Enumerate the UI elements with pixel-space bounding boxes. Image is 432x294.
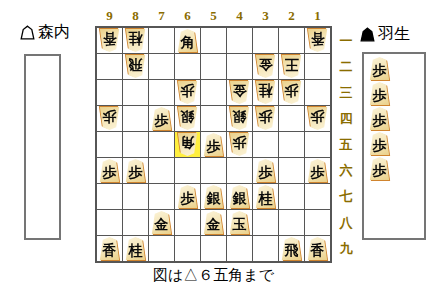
piece-glyph: 銀 bbox=[233, 189, 247, 208]
piece-歩[interactable]: 歩 bbox=[307, 159, 328, 182]
piece-飛[interactable]: 飛 bbox=[125, 55, 146, 78]
square-76[interactable] bbox=[149, 158, 174, 183]
piece-body: 王 bbox=[281, 55, 302, 78]
piece-香[interactable]: 香 bbox=[99, 29, 120, 52]
piece-玉[interactable]: 玉 bbox=[229, 211, 250, 234]
square-33[interactable]: 桂 bbox=[253, 80, 278, 105]
square-75[interactable] bbox=[149, 132, 174, 157]
square-47[interactable]: 銀 bbox=[227, 184, 252, 209]
square-56[interactable] bbox=[201, 158, 226, 183]
sente-player-name: 羽生 bbox=[378, 24, 410, 45]
hand-piece[interactable]: 歩 bbox=[369, 157, 390, 180]
square-16[interactable]: 歩 bbox=[305, 158, 330, 183]
piece-glyph: 歩 bbox=[373, 161, 387, 180]
piece-桂[interactable]: 桂 bbox=[125, 237, 146, 260]
rank-label: 五 bbox=[338, 132, 354, 157]
piece-歩[interactable]: 歩 bbox=[255, 107, 276, 130]
gote-player-label: 森内 bbox=[20, 22, 70, 43]
square-59[interactable] bbox=[201, 236, 226, 261]
piece-body: 香 bbox=[307, 237, 328, 260]
piece-歩[interactable]: 歩 bbox=[177, 81, 198, 104]
square-22[interactable]: 王 bbox=[279, 54, 304, 79]
caption: 図は△６五角まで bbox=[95, 266, 332, 285]
piece-銀[interactable]: 銀 bbox=[229, 107, 250, 130]
square-32[interactable]: 金 bbox=[253, 54, 278, 79]
piece-glyph: 香 bbox=[311, 29, 325, 48]
gote-hand-tray bbox=[24, 54, 61, 240]
square-82[interactable]: 飛 bbox=[123, 54, 148, 79]
square-48[interactable]: 玉 bbox=[227, 210, 252, 235]
square-14[interactable]: 歩 bbox=[305, 106, 330, 131]
piece-角[interactable]: 角 bbox=[177, 29, 198, 52]
piece-glyph: 香 bbox=[103, 29, 117, 48]
square-42[interactable] bbox=[227, 54, 252, 79]
square-83[interactable] bbox=[123, 80, 148, 105]
piece-glyph: 歩 bbox=[373, 111, 387, 130]
piece-body: 香 bbox=[307, 29, 328, 52]
piece-body: 歩 bbox=[255, 159, 276, 182]
piece-glyph: 歩 bbox=[311, 163, 325, 182]
piece-金[interactable]: 金 bbox=[203, 211, 224, 234]
square-15[interactable] bbox=[305, 132, 330, 157]
square-84[interactable] bbox=[123, 106, 148, 131]
piece-香[interactable]: 香 bbox=[307, 29, 328, 52]
square-81[interactable]: 桂 bbox=[123, 28, 148, 53]
square-57[interactable]: 銀 bbox=[201, 184, 226, 209]
piece-body: 歩 bbox=[99, 107, 120, 130]
file-number: 8 bbox=[123, 8, 148, 24]
piece-body: 角 bbox=[177, 29, 198, 52]
piece-body: 銀 bbox=[229, 185, 250, 208]
piece-glyph: 香 bbox=[311, 241, 325, 260]
rank-label: 二 bbox=[338, 54, 354, 79]
piece-body: 金 bbox=[151, 211, 172, 234]
square-52[interactable] bbox=[201, 54, 226, 79]
piece-glyph: 歩 bbox=[155, 111, 169, 130]
piece-glyph: 歩 bbox=[259, 163, 273, 182]
piece-金[interactable]: 金 bbox=[229, 81, 250, 104]
shogi-board: 香桂角香飛金王歩金桂歩歩歩銀銀歩歩角歩歩歩歩歩歩歩銀銀桂金金玉香桂飛香 bbox=[95, 26, 332, 263]
file-number: 5 bbox=[201, 8, 226, 24]
square-89[interactable]: 桂 bbox=[123, 236, 148, 261]
piece-桂[interactable]: 桂 bbox=[125, 29, 146, 52]
piece-glyph: 歩 bbox=[259, 107, 273, 126]
piece-body: 歩 bbox=[369, 157, 390, 180]
piece-body: 香 bbox=[99, 237, 120, 260]
square-64[interactable]: 銀 bbox=[175, 106, 200, 131]
piece-body: 歩 bbox=[369, 57, 390, 80]
piece-body: 歩 bbox=[307, 107, 328, 130]
square-29[interactable]: 飛 bbox=[279, 236, 304, 261]
piece-glyph: 王 bbox=[285, 55, 299, 74]
piece-body: 歩 bbox=[151, 107, 172, 130]
piece-金[interactable]: 金 bbox=[255, 55, 276, 78]
square-25[interactable] bbox=[279, 132, 304, 157]
square-67[interactable]: 歩 bbox=[175, 184, 200, 209]
square-73[interactable] bbox=[149, 80, 174, 105]
piece-glyph: 角 bbox=[181, 133, 195, 152]
piece-body: 桂 bbox=[255, 185, 276, 208]
piece-glyph: 歩 bbox=[373, 86, 387, 105]
square-19[interactable]: 香 bbox=[305, 236, 330, 261]
square-69[interactable] bbox=[175, 236, 200, 261]
square-65[interactable]: 角 bbox=[175, 132, 200, 157]
square-35[interactable] bbox=[253, 132, 278, 157]
shogi-diagram: 森内 羽生 歩歩歩歩歩 987654321 一二三四五六七八九 香桂角香飛金王歩… bbox=[0, 0, 432, 294]
square-17[interactable] bbox=[305, 184, 330, 209]
piece-body: 歩 bbox=[307, 159, 328, 182]
square-66[interactable] bbox=[175, 158, 200, 183]
piece-body: 飛 bbox=[125, 55, 146, 78]
rank-label: 六 bbox=[338, 158, 354, 183]
piece-glyph: 飛 bbox=[129, 55, 143, 74]
square-18[interactable] bbox=[305, 210, 330, 235]
square-46[interactable] bbox=[227, 158, 252, 183]
square-37[interactable]: 桂 bbox=[253, 184, 278, 209]
piece-glyph: 銀 bbox=[207, 189, 221, 208]
piece-歩[interactable]: 歩 bbox=[369, 57, 390, 80]
square-87[interactable] bbox=[123, 184, 148, 209]
piece-歩[interactable]: 歩 bbox=[369, 157, 390, 180]
gote-pentagon-icon bbox=[20, 25, 35, 40]
piece-glyph: 歩 bbox=[181, 81, 195, 100]
piece-glyph: 銀 bbox=[181, 107, 195, 126]
piece-glyph: 飛 bbox=[285, 241, 299, 260]
piece-body: 銀 bbox=[229, 107, 250, 130]
piece-body: 銀 bbox=[177, 107, 198, 130]
square-38[interactable] bbox=[253, 210, 278, 235]
piece-glyph: 桂 bbox=[259, 189, 273, 208]
square-74[interactable]: 歩 bbox=[149, 106, 174, 131]
square-31[interactable] bbox=[253, 28, 278, 53]
piece-歩[interactable]: 歩 bbox=[203, 133, 224, 156]
piece-glyph: 角 bbox=[181, 33, 195, 52]
piece-歩[interactable]: 歩 bbox=[255, 159, 276, 182]
piece-glyph: 金 bbox=[207, 215, 221, 234]
piece-glyph: 銀 bbox=[233, 107, 247, 126]
square-45[interactable]: 歩 bbox=[227, 132, 252, 157]
square-62[interactable] bbox=[175, 54, 200, 79]
square-97[interactable] bbox=[97, 184, 122, 209]
piece-body: 歩 bbox=[255, 107, 276, 130]
hand-piece[interactable]: 歩 bbox=[369, 82, 390, 105]
file-number: 7 bbox=[149, 8, 174, 24]
rank-label: 四 bbox=[338, 106, 354, 131]
square-54[interactable] bbox=[201, 106, 226, 131]
square-43[interactable]: 金 bbox=[227, 80, 252, 105]
square-79[interactable] bbox=[149, 236, 174, 261]
square-11[interactable]: 香 bbox=[305, 28, 330, 53]
square-88[interactable] bbox=[123, 210, 148, 235]
piece-歩[interactable]: 歩 bbox=[125, 159, 146, 182]
square-24[interactable] bbox=[279, 106, 304, 131]
piece-金[interactable]: 金 bbox=[151, 211, 172, 234]
piece-glyph: 歩 bbox=[181, 189, 195, 208]
square-63[interactable]: 歩 bbox=[175, 80, 200, 105]
piece-glyph: 香 bbox=[103, 241, 117, 260]
piece-body: 歩 bbox=[281, 81, 302, 104]
piece-body: 歩 bbox=[229, 133, 250, 156]
rank-label: 一 bbox=[338, 28, 354, 53]
square-61[interactable]: 角 bbox=[175, 28, 200, 53]
piece-歩[interactable]: 歩 bbox=[369, 82, 390, 105]
piece-body: 玉 bbox=[229, 211, 250, 234]
piece-body: 角 bbox=[177, 133, 198, 156]
rank-label: 七 bbox=[338, 184, 354, 209]
piece-桂[interactable]: 桂 bbox=[255, 185, 276, 208]
piece-body: 金 bbox=[203, 211, 224, 234]
piece-glyph: 歩 bbox=[103, 163, 117, 182]
piece-body: 歩 bbox=[369, 107, 390, 130]
file-number: 3 bbox=[253, 8, 278, 24]
sente-player-label: 羽生 bbox=[360, 24, 410, 45]
square-39[interactable] bbox=[253, 236, 278, 261]
square-26[interactable] bbox=[279, 158, 304, 183]
piece-歩[interactable]: 歩 bbox=[369, 107, 390, 130]
piece-glyph: 歩 bbox=[103, 107, 117, 126]
piece-body: 金 bbox=[255, 55, 276, 78]
piece-body: 銀 bbox=[203, 185, 224, 208]
piece-歩[interactable]: 歩 bbox=[99, 159, 120, 182]
piece-銀[interactable]: 銀 bbox=[203, 185, 224, 208]
piece-王[interactable]: 王 bbox=[281, 55, 302, 78]
square-96[interactable]: 歩 bbox=[97, 158, 122, 183]
square-94[interactable]: 歩 bbox=[97, 106, 122, 131]
piece-glyph: 桂 bbox=[129, 29, 143, 48]
square-68[interactable] bbox=[175, 210, 200, 235]
piece-body: 歩 bbox=[177, 81, 198, 104]
piece-glyph: 歩 bbox=[373, 61, 387, 80]
square-12[interactable] bbox=[305, 54, 330, 79]
square-78[interactable]: 金 bbox=[149, 210, 174, 235]
square-93[interactable] bbox=[97, 80, 122, 105]
square-28[interactable] bbox=[279, 210, 304, 235]
square-86[interactable]: 歩 bbox=[123, 158, 148, 183]
square-49[interactable] bbox=[227, 236, 252, 261]
sente-hand-pieces: 歩歩歩歩歩 bbox=[364, 54, 424, 180]
piece-glyph: 金 bbox=[259, 55, 273, 74]
square-44[interactable]: 銀 bbox=[227, 106, 252, 131]
piece-body: 桂 bbox=[125, 237, 146, 260]
piece-glyph: 歩 bbox=[373, 136, 387, 155]
piece-body: 歩 bbox=[369, 132, 390, 155]
piece-銀[interactable]: 銀 bbox=[177, 107, 198, 130]
piece-銀[interactable]: 銀 bbox=[229, 185, 250, 208]
piece-glyph: 歩 bbox=[311, 107, 325, 126]
piece-body: 歩 bbox=[125, 159, 146, 182]
square-72[interactable] bbox=[149, 54, 174, 79]
square-91[interactable]: 香 bbox=[97, 28, 122, 53]
piece-body: 歩 bbox=[369, 82, 390, 105]
rank-label: 九 bbox=[338, 236, 354, 261]
square-23[interactable]: 歩 bbox=[279, 80, 304, 105]
piece-body: 歩 bbox=[203, 133, 224, 156]
file-number: 4 bbox=[227, 8, 252, 24]
square-98[interactable] bbox=[97, 210, 122, 235]
piece-glyph: 歩 bbox=[129, 163, 143, 182]
hand-piece[interactable]: 歩 bbox=[369, 57, 390, 80]
piece-角[interactable]: 角 bbox=[177, 133, 198, 156]
square-58[interactable]: 金 bbox=[201, 210, 226, 235]
piece-歩[interactable]: 歩 bbox=[281, 81, 302, 104]
piece-歩[interactable]: 歩 bbox=[151, 107, 172, 130]
square-34[interactable]: 歩 bbox=[253, 106, 278, 131]
piece-glyph: 歩 bbox=[207, 137, 221, 156]
rank-label: 八 bbox=[338, 210, 354, 235]
sente-hand-tray: 歩歩歩歩歩 bbox=[362, 52, 426, 240]
file-number: 2 bbox=[279, 8, 304, 24]
square-27[interactable] bbox=[279, 184, 304, 209]
square-77[interactable] bbox=[149, 184, 174, 209]
piece-glyph: 桂 bbox=[129, 241, 143, 260]
piece-歩[interactable]: 歩 bbox=[369, 132, 390, 155]
square-92[interactable] bbox=[97, 54, 122, 79]
piece-body: 歩 bbox=[99, 159, 120, 182]
piece-歩[interactable]: 歩 bbox=[307, 107, 328, 130]
piece-glyph: 歩 bbox=[285, 81, 299, 100]
square-95[interactable] bbox=[97, 132, 122, 157]
piece-桂[interactable]: 桂 bbox=[255, 81, 276, 104]
square-71[interactable] bbox=[149, 28, 174, 53]
piece-香[interactable]: 香 bbox=[99, 237, 120, 260]
file-number: 1 bbox=[305, 8, 330, 24]
piece-glyph: 桂 bbox=[259, 81, 273, 100]
file-number: 9 bbox=[97, 8, 122, 24]
piece-body: 金 bbox=[229, 81, 250, 104]
piece-glyph: 金 bbox=[155, 215, 169, 234]
file-number: 6 bbox=[175, 8, 200, 24]
piece-body: 飛 bbox=[281, 237, 302, 260]
file-numbers: 987654321 bbox=[97, 8, 330, 24]
piece-body: 歩 bbox=[177, 185, 198, 208]
piece-body: 桂 bbox=[125, 29, 146, 52]
piece-歩[interactable]: 歩 bbox=[229, 133, 250, 156]
piece-body: 香 bbox=[99, 29, 120, 52]
square-21[interactable] bbox=[279, 28, 304, 53]
sente-pentagon-icon bbox=[360, 27, 375, 42]
square-85[interactable] bbox=[123, 132, 148, 157]
piece-香[interactable]: 香 bbox=[307, 237, 328, 260]
square-13[interactable] bbox=[305, 80, 330, 105]
hand-piece[interactable]: 歩 bbox=[369, 107, 390, 130]
piece-body: 桂 bbox=[255, 81, 276, 104]
rank-labels: 一二三四五六七八九 bbox=[338, 28, 354, 261]
square-51[interactable] bbox=[201, 28, 226, 53]
square-41[interactable] bbox=[227, 28, 252, 53]
hand-piece[interactable]: 歩 bbox=[369, 132, 390, 155]
square-36[interactable]: 歩 bbox=[253, 158, 278, 183]
piece-glyph: 玉 bbox=[233, 215, 247, 234]
piece-飛[interactable]: 飛 bbox=[281, 237, 302, 260]
square-99[interactable]: 香 bbox=[97, 236, 122, 261]
square-55[interactable]: 歩 bbox=[201, 132, 226, 157]
piece-歩[interactable]: 歩 bbox=[99, 107, 120, 130]
square-53[interactable] bbox=[201, 80, 226, 105]
gote-player-name: 森内 bbox=[38, 22, 70, 43]
rank-label: 三 bbox=[338, 80, 354, 105]
piece-glyph: 金 bbox=[233, 81, 247, 100]
piece-歩[interactable]: 歩 bbox=[177, 185, 198, 208]
piece-glyph: 歩 bbox=[233, 133, 247, 152]
